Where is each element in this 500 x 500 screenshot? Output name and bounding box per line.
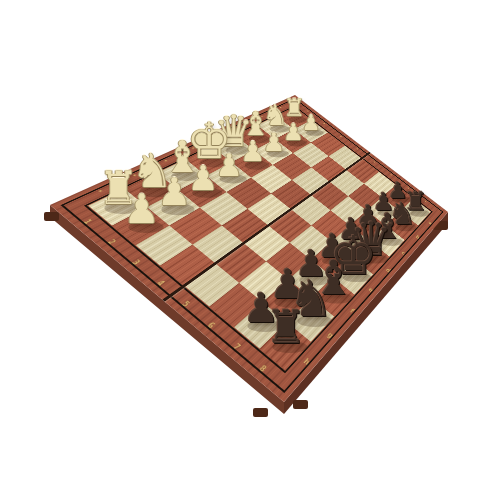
piece-white-pawn-h2: ♟ [123,190,159,231]
piece-white-pawn-d2: ♟ [240,139,265,167]
product-photo-chess-set: 12345678abcdefgh ♜♞♟♝♟♛♟♚♟♝♟♞♟♟♜♟♟♜♞♟♟♝♟… [0,0,500,500]
piece-white-pawn-b2: ♟ [283,120,304,143]
file-label-c: c [401,250,407,256]
piece-white-pawn-e2: ♟ [215,149,243,180]
file-label-b: b [415,234,421,240]
board-foot [293,400,308,409]
board-foot [44,212,59,221]
rank-label-2: 2 [106,238,118,246]
piece-white-pawn-f2: ♟ [188,161,219,195]
file-label-g: g [326,331,335,340]
file-label-e: e [367,286,374,293]
piece-black-rook-h8: ♜ [265,304,306,350]
board-foot [253,408,268,417]
piece-white-pawn-g2: ♟ [157,173,191,211]
file-label-a: a [428,220,433,225]
border-dot [323,123,325,124]
rank-label-5: 5 [180,300,191,309]
file-label-d: d [385,267,392,274]
border-dot [340,135,342,137]
rank-label-3: 3 [130,258,142,266]
rank-label-4: 4 [155,279,167,288]
border-dot [356,148,358,150]
piece-white-pawn-a2: ♟ [302,112,321,133]
rank-label-6: 6 [206,321,217,330]
rank-label-1: 1 [81,218,94,225]
border-dot [373,161,375,163]
piece-white-pawn-c2: ♟ [263,129,286,154]
rank-label-8: 8 [258,364,269,374]
file-label-h: h [302,357,312,367]
file-label-f: f [349,308,356,315]
rank-label-7: 7 [231,342,242,352]
